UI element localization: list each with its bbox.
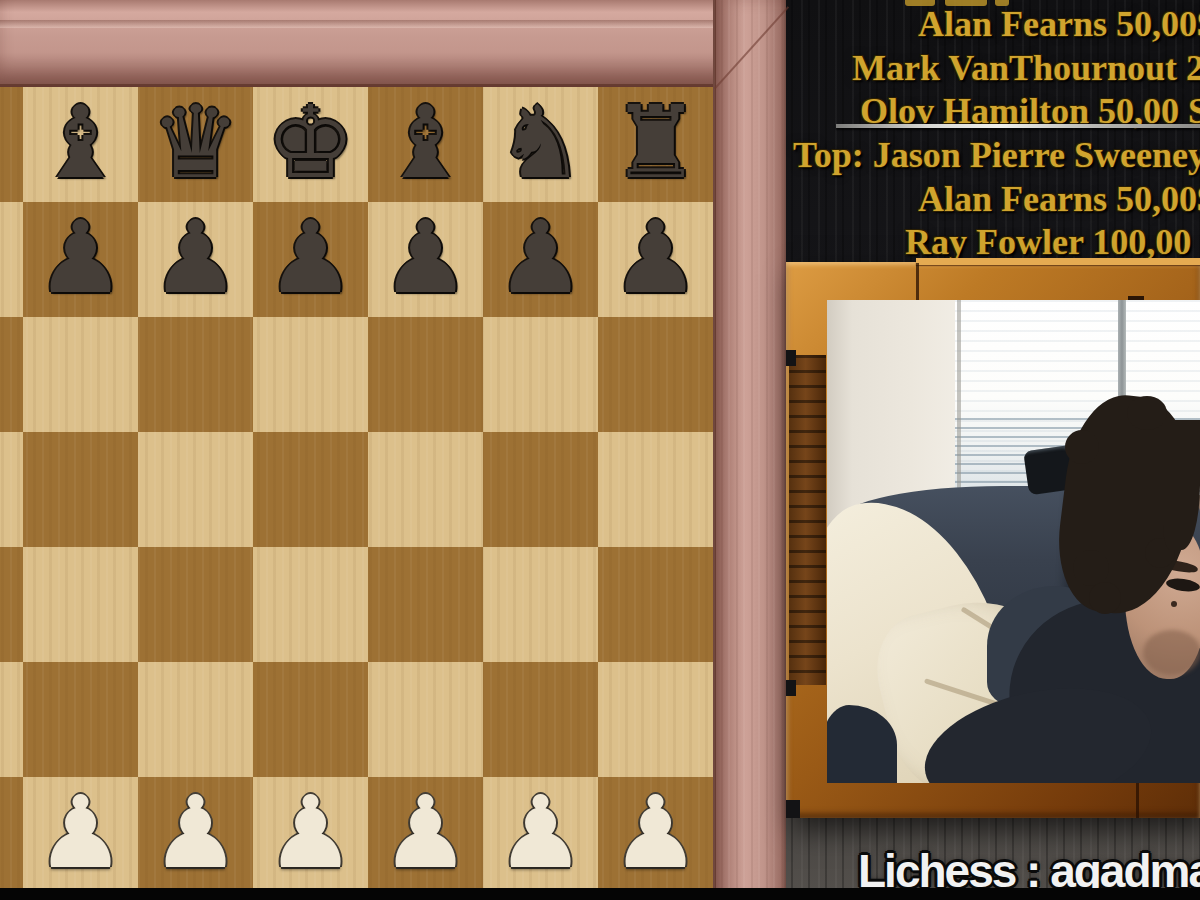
- empty-b4: [0, 547, 23, 662]
- frame-seam: [1136, 782, 1139, 818]
- hair-curl: [1127, 396, 1167, 430]
- piece-white-pawn-c2[interactable]: ♟: [23, 777, 138, 892]
- empty-f5: [368, 432, 483, 547]
- donation-line: Mark VanThournout 20,0: [852, 48, 1200, 88]
- empty-e6: [253, 317, 368, 432]
- piece-black-knight-g8[interactable]: ♞: [483, 87, 598, 202]
- piece-black-queen-d8[interactable]: ♛: [138, 87, 253, 202]
- donation-line-top-donor: Top: Jason Pierre Sweeney: [793, 135, 1200, 175]
- empty-e4: [253, 547, 368, 662]
- frame-notch: [786, 680, 796, 696]
- webcam-video: [827, 300, 1200, 783]
- empty-f4: [368, 547, 483, 662]
- piece-black-king-e8[interactable]: ♚: [253, 87, 368, 202]
- piece-black-pawn-e7[interactable]: ♟: [253, 202, 368, 317]
- frame-left-carved-section: [789, 355, 826, 685]
- piece-black-pawn-c7[interactable]: ♟: [23, 202, 138, 317]
- hair-curl: [1073, 550, 1109, 586]
- board-frame-top: [0, 0, 786, 87]
- piece-white-pawn-b2[interactable]: ♟: [0, 777, 23, 892]
- empty-e3: [253, 662, 368, 777]
- person-beard-shadow: [1143, 630, 1200, 675]
- person-mole: [1171, 601, 1177, 607]
- board-frame-right: [713, 0, 786, 900]
- piece-white-pawn-h2[interactable]: ♟: [598, 777, 713, 892]
- piece-black-knight-b8[interactable]: ♞: [0, 87, 23, 202]
- frame-seam: [916, 263, 919, 302]
- piece-black-rook-h8[interactable]: ♜: [598, 87, 713, 202]
- frame-notch: [786, 800, 800, 818]
- frame-grain: [713, 0, 786, 900]
- empty-d5: [138, 432, 253, 547]
- frame-ridges: [789, 355, 826, 685]
- empty-f3: [368, 662, 483, 777]
- empty-d3: [138, 662, 253, 777]
- window-frame-edge: [957, 300, 961, 490]
- frame-top-highlight: [916, 258, 1200, 265]
- piece-black-pawn-d7[interactable]: ♟: [138, 202, 253, 317]
- empty-b3: [0, 662, 23, 777]
- empty-g6: [483, 317, 598, 432]
- video-frame: ♜♞♝♛♚♝♞♜♟♟♟♟♟♟♟♟♟♟♟♟♟♟♟♟♜♞♝♛♚♝♞♜ Alan Fe…: [0, 0, 1200, 900]
- donations-divider: [836, 124, 1200, 128]
- empty-h6: [598, 317, 713, 432]
- piece-black-bishop-f8[interactable]: ♝: [368, 87, 483, 202]
- empty-g5: [483, 432, 598, 547]
- piece-black-pawn-g7[interactable]: ♟: [483, 202, 598, 317]
- donation-line: Alan Fearns 50,00$: [918, 179, 1200, 219]
- chess-pieces-layer: ♜♞♝♛♚♝♞♜♟♟♟♟♟♟♟♟♟♟♟♟♟♟♟♟♜♞♝♛♚♝♞♜: [0, 87, 713, 900]
- empty-d6: [138, 317, 253, 432]
- piece-black-pawn-f7[interactable]: ♟: [368, 202, 483, 317]
- empty-g4: [483, 547, 598, 662]
- frame-notch: [786, 350, 796, 366]
- hair-curl: [1089, 582, 1121, 614]
- empty-g3: [483, 662, 598, 777]
- donation-line: Ray Fowler 100,00: [905, 222, 1191, 262]
- empty-c3: [23, 662, 138, 777]
- piece-black-bishop-c8[interactable]: ♝: [23, 87, 138, 202]
- piece-white-pawn-g2[interactable]: ♟: [483, 777, 598, 892]
- empty-h3: [598, 662, 713, 777]
- donation-line: Alan Fearns 50,00$: [918, 4, 1200, 44]
- hair-curl: [1065, 430, 1099, 464]
- piece-white-pawn-d2[interactable]: ♟: [138, 777, 253, 892]
- piece-black-pawn-b7[interactable]: ♟: [0, 202, 23, 317]
- hair-right-edge: [1163, 420, 1200, 550]
- empty-c6: [23, 317, 138, 432]
- empty-e5: [253, 432, 368, 547]
- empty-h4: [598, 547, 713, 662]
- empty-c5: [23, 432, 138, 547]
- empty-h5: [598, 432, 713, 547]
- piece-white-pawn-f2[interactable]: ♟: [368, 777, 483, 892]
- piece-white-pawn-e2[interactable]: ♟: [253, 777, 368, 892]
- empty-f6: [368, 317, 483, 432]
- letterbox-strip: [0, 888, 1200, 900]
- empty-d4: [138, 547, 253, 662]
- empty-b5: [0, 432, 23, 547]
- frame-groove: [0, 20, 786, 28]
- empty-b6: [0, 317, 23, 432]
- piece-black-pawn-h7[interactable]: ♟: [598, 202, 713, 317]
- empty-c4: [23, 547, 138, 662]
